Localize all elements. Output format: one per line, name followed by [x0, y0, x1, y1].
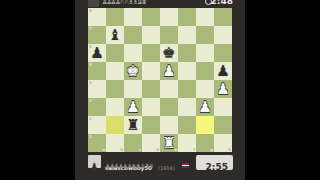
- square-b1[interactable]: b: [106, 134, 124, 152]
- square-e1[interactable]: e♜: [160, 134, 178, 152]
- file-label-c: c: [139, 148, 141, 152]
- rank-label-4: 4: [89, 81, 92, 85]
- black-pawn-h5[interactable]: ♟: [214, 62, 232, 80]
- opponent-avatar[interactable]: [88, 0, 99, 7]
- square-h7[interactable]: [214, 26, 232, 44]
- chess-board[interactable]: 87♝6♟♚5♚♟♟4♟3♟♟2♜1abcde♜fgh: [88, 8, 232, 152]
- square-h4[interactable]: ♟: [214, 80, 232, 98]
- square-a4[interactable]: 4: [88, 80, 106, 98]
- square-g4[interactable]: [196, 80, 214, 98]
- black-bishop-b7[interactable]: ♝: [106, 26, 124, 44]
- white-pawn-c3[interactable]: ♟: [124, 98, 142, 116]
- opponent-clock: 2:48: [211, 0, 233, 6]
- square-e8[interactable]: [160, 8, 178, 26]
- square-d1[interactable]: d: [142, 134, 160, 152]
- square-h5[interactable]: ♟: [214, 62, 232, 80]
- square-g1[interactable]: g: [196, 134, 214, 152]
- square-e6[interactable]: ♚: [160, 44, 178, 62]
- square-h6[interactable]: [214, 44, 232, 62]
- white-king-c5[interactable]: ♚: [124, 62, 142, 80]
- player-clock: 2:55: [196, 155, 233, 170]
- square-f4[interactable]: [178, 80, 196, 98]
- player-name-line: salascowboy50 (1604): [105, 155, 189, 162]
- white-pawn-h4[interactable]: ♟: [214, 80, 232, 98]
- square-g7[interactable]: [196, 26, 214, 44]
- square-g6[interactable]: [196, 44, 214, 62]
- file-label-d: d: [156, 148, 159, 152]
- square-f7[interactable]: [178, 26, 196, 44]
- opponent-bar: ♙♙♙♙♘♘♗♗♖♕ +1 2:48: [75, 0, 245, 8]
- square-f5[interactable]: [178, 62, 196, 80]
- square-h2[interactable]: [214, 116, 232, 134]
- square-d3[interactable]: [142, 98, 160, 116]
- file-label-a: a: [102, 148, 105, 152]
- netherlands-flag-icon: [182, 163, 189, 168]
- file-label-f: f: [193, 148, 195, 152]
- black-rook-c2[interactable]: ♜: [124, 116, 142, 134]
- rank-label-5: 5: [89, 63, 92, 67]
- square-h8[interactable]: [214, 8, 232, 26]
- square-g8[interactable]: [196, 8, 214, 26]
- square-g3[interactable]: ♟: [196, 98, 214, 116]
- square-a5[interactable]: 5: [88, 62, 106, 80]
- file-label-e: e: [174, 148, 177, 152]
- file-label-b: b: [120, 148, 123, 152]
- white-pawn-e5[interactable]: ♟: [160, 62, 178, 80]
- square-h1[interactable]: h: [214, 134, 232, 152]
- player-avatar[interactable]: ♟: [88, 155, 101, 168]
- square-f1[interactable]: f: [178, 134, 196, 152]
- square-c3[interactable]: ♟: [124, 98, 142, 116]
- rank-label-1: 1: [89, 135, 92, 139]
- square-f2[interactable]: [178, 116, 196, 134]
- chess-app-frame: ♙♙♙♙♘♘♗♗♖♕ +1 2:48 87♝6♟♚5♚♟♟4♟3♟♟2♜1abc…: [75, 0, 245, 180]
- square-d5[interactable]: [142, 62, 160, 80]
- square-h3[interactable]: [214, 98, 232, 116]
- rank-label-6: 6: [89, 45, 92, 49]
- square-b3[interactable]: [106, 98, 124, 116]
- rank-label-3: 3: [89, 99, 92, 103]
- white-pawn-g3[interactable]: ♟: [196, 98, 214, 116]
- square-c1[interactable]: c: [124, 134, 142, 152]
- square-f6[interactable]: [178, 44, 196, 62]
- square-e4[interactable]: [160, 80, 178, 98]
- square-b6[interactable]: [106, 44, 124, 62]
- square-c5[interactable]: ♚: [124, 62, 142, 80]
- square-d4[interactable]: [142, 80, 160, 98]
- player-clock-time: 2:55: [206, 162, 228, 172]
- black-king-e6[interactable]: ♚: [160, 44, 178, 62]
- square-f3[interactable]: [178, 98, 196, 116]
- square-a3[interactable]: 3: [88, 98, 106, 116]
- square-d6[interactable]: [142, 44, 160, 62]
- square-a6[interactable]: 6♟: [88, 44, 106, 62]
- square-b4[interactable]: [106, 80, 124, 98]
- rank-label-7: 7: [89, 27, 92, 31]
- square-c6[interactable]: [124, 44, 142, 62]
- square-d8[interactable]: [142, 8, 160, 26]
- player-bar: ♟ salascowboy50 (1604) ♟♟♟♟♟♟♞♞♝♜♛ 2:55: [75, 153, 245, 177]
- square-d2[interactable]: [142, 116, 160, 134]
- square-b5[interactable]: [106, 62, 124, 80]
- square-f8[interactable]: [178, 8, 196, 26]
- square-c8[interactable]: [124, 8, 142, 26]
- square-a7[interactable]: 7: [88, 26, 106, 44]
- file-label-g: g: [210, 148, 213, 152]
- rank-label-8: 8: [89, 9, 92, 13]
- square-a1[interactable]: 1a: [88, 134, 106, 152]
- square-a8[interactable]: 8: [88, 8, 106, 26]
- square-e5[interactable]: ♟: [160, 62, 178, 80]
- avatar-piece-glyph: ♟: [90, 161, 99, 172]
- square-c2[interactable]: ♜: [124, 116, 142, 134]
- square-b8[interactable]: [106, 8, 124, 26]
- square-g5[interactable]: [196, 62, 214, 80]
- square-d7[interactable]: [142, 26, 160, 44]
- square-a2[interactable]: 2: [88, 116, 106, 134]
- square-c7[interactable]: [124, 26, 142, 44]
- square-e2[interactable]: [160, 116, 178, 134]
- player-captured-pieces: ♟♟♟♟♟♟♞♞♝♜♛: [105, 162, 153, 169]
- square-e7[interactable]: [160, 26, 178, 44]
- square-e3[interactable]: [160, 98, 178, 116]
- square-b2[interactable]: [106, 116, 124, 134]
- file-label-h: h: [228, 148, 231, 152]
- square-b7[interactable]: ♝: [106, 26, 124, 44]
- square-g2[interactable]: [196, 116, 214, 134]
- square-c4[interactable]: [124, 80, 142, 98]
- rank-label-2: 2: [89, 117, 92, 121]
- opponent-material-score: +1: [138, 0, 146, 5]
- player-rating: (1604): [158, 165, 175, 171]
